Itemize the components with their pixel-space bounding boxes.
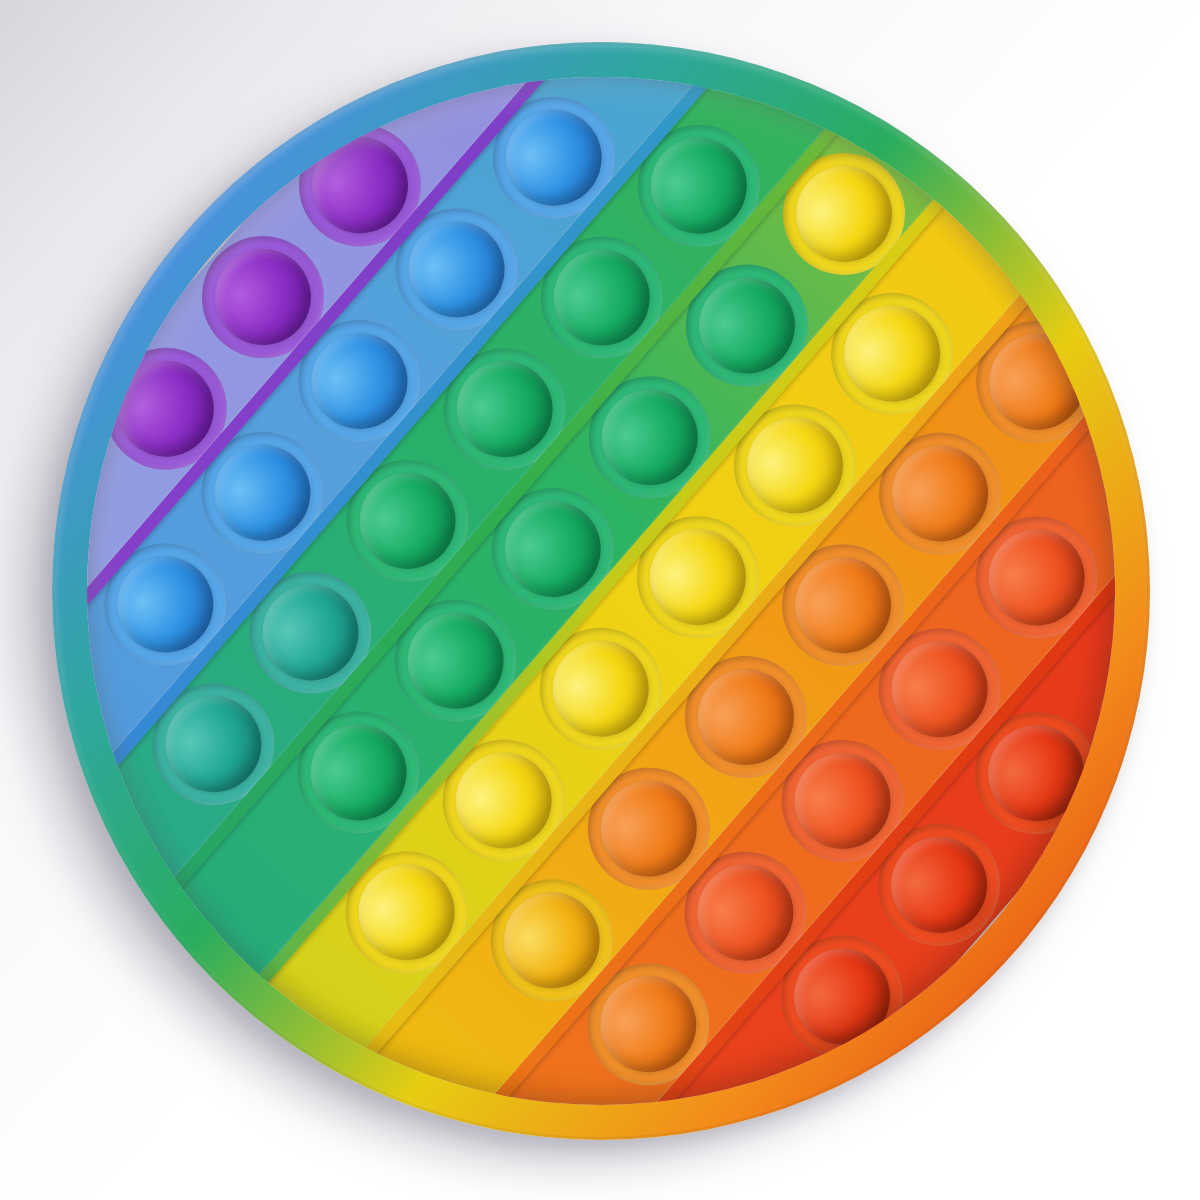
popit-toy (52, 42, 1150, 1140)
popit-face (87, 77, 1115, 1105)
lane-belt (87, 77, 1115, 1105)
photo-stage (0, 0, 1200, 1200)
